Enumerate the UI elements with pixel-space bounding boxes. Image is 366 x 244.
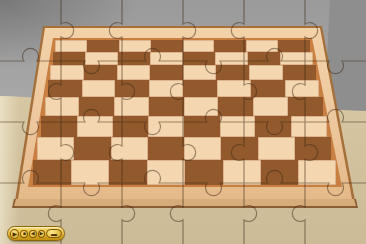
board-rank-3 [41, 116, 327, 137]
square-d2[interactable] [148, 137, 185, 160]
square-f6[interactable] [216, 65, 249, 80]
square-b2[interactable] [74, 137, 111, 160]
menu-button[interactable]: ▬ [46, 229, 62, 238]
square-e7[interactable] [183, 52, 216, 65]
square-b1[interactable] [71, 160, 109, 185]
square-a4[interactable] [45, 97, 80, 116]
square-a5[interactable] [48, 80, 82, 97]
square-b8[interactable] [87, 40, 119, 52]
board-rank-8 [55, 40, 310, 52]
square-h4[interactable] [288, 97, 323, 116]
square-f4[interactable] [218, 97, 253, 116]
square-a3[interactable] [41, 116, 77, 137]
board-rank-1 [33, 160, 336, 185]
square-g3[interactable] [255, 116, 291, 137]
square-h1[interactable] [298, 160, 336, 185]
square-g1[interactable] [261, 160, 299, 185]
square-h6[interactable] [283, 65, 316, 80]
stop-icon: ■ [23, 231, 26, 236]
next-button[interactable]: ▶ [38, 230, 46, 238]
square-d8[interactable] [151, 40, 183, 52]
square-e6[interactable] [183, 65, 216, 80]
square-f1[interactable] [223, 160, 261, 185]
square-d4[interactable] [149, 97, 184, 116]
next-icon: ▶ [39, 231, 43, 236]
square-a2[interactable] [37, 137, 74, 160]
menu-icon: ▬ [51, 230, 57, 236]
square-e3[interactable] [184, 116, 220, 137]
board-rank-4 [45, 97, 323, 116]
game-canvas: ♜♞♝♛♚♝♞♜♟♟♟♟♟♟♚♞ ▶ ■ ◀ ▶ ▬ [0, 0, 366, 244]
square-c3[interactable] [113, 116, 149, 137]
square-a7[interactable] [53, 52, 86, 65]
square-h3[interactable] [291, 116, 327, 137]
square-c4[interactable] [114, 97, 149, 116]
chess-board[interactable] [0, 0, 366, 244]
square-g5[interactable] [251, 80, 285, 97]
square-g7[interactable] [248, 52, 281, 65]
square-d1[interactable] [147, 160, 185, 185]
square-c7[interactable] [118, 52, 151, 65]
playback-controls: ▶ ■ ◀ ▶ ▬ [7, 226, 65, 241]
board-rank-7 [53, 52, 313, 65]
square-a8[interactable] [55, 40, 87, 52]
square-c8[interactable] [119, 40, 151, 52]
square-f3[interactable] [220, 116, 256, 137]
square-c5[interactable] [115, 80, 149, 97]
square-b3[interactable] [77, 116, 113, 137]
square-g8[interactable] [246, 40, 278, 52]
board-rank-2 [37, 137, 331, 160]
square-g4[interactable] [253, 97, 288, 116]
prev-button[interactable]: ◀ [29, 230, 37, 238]
square-e8[interactable] [183, 40, 215, 52]
square-d3[interactable] [148, 116, 184, 137]
square-c2[interactable] [111, 137, 148, 160]
square-b7[interactable] [85, 52, 118, 65]
square-b6[interactable] [84, 65, 117, 80]
square-h7[interactable] [280, 52, 313, 65]
square-a1[interactable] [33, 160, 71, 185]
square-f5[interactable] [217, 80, 251, 97]
square-e2[interactable] [184, 137, 221, 160]
square-a6[interactable] [50, 65, 83, 80]
square-f2[interactable] [221, 137, 258, 160]
square-b5[interactable] [82, 80, 116, 97]
play-button[interactable]: ▶ [10, 229, 19, 239]
square-f7[interactable] [215, 52, 248, 65]
square-g6[interactable] [249, 65, 282, 80]
square-h2[interactable] [295, 137, 332, 160]
square-e1[interactable] [185, 160, 223, 185]
square-e4[interactable] [184, 97, 219, 116]
prev-icon: ◀ [31, 231, 35, 236]
square-g2[interactable] [258, 137, 295, 160]
board-rank-6 [50, 65, 315, 80]
square-d6[interactable] [150, 65, 183, 80]
square-f8[interactable] [214, 40, 246, 52]
stop-button[interactable]: ■ [20, 230, 28, 238]
play-icon: ▶ [12, 230, 17, 236]
square-h5[interactable] [285, 80, 319, 97]
square-d7[interactable] [150, 52, 183, 65]
square-c1[interactable] [109, 160, 147, 185]
square-c6[interactable] [117, 65, 150, 80]
square-h8[interactable] [278, 40, 310, 52]
square-b4[interactable] [79, 97, 114, 116]
square-e5[interactable] [183, 80, 217, 97]
board-rank-5 [48, 80, 319, 97]
square-d5[interactable] [149, 80, 183, 97]
